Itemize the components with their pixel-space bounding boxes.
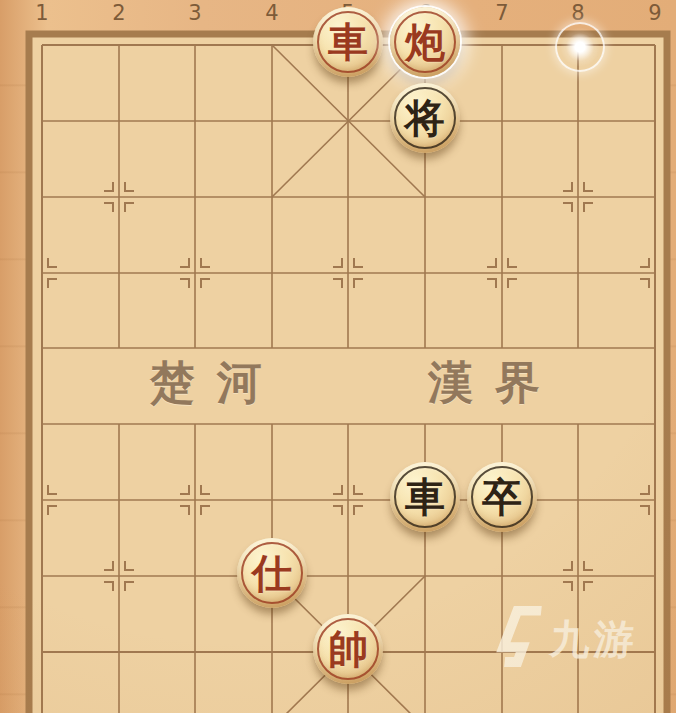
piece-black-general[interactable]: 将 xyxy=(390,83,460,153)
river-label-right: 漢界 xyxy=(428,357,562,409)
piece-black-chariot[interactable]: 車 xyxy=(390,462,460,532)
piece-red-cannon[interactable]: 炮 xyxy=(390,7,460,77)
file-label-2: 2 xyxy=(105,1,133,25)
piece-red-chariot[interactable]: 車 xyxy=(313,7,383,77)
piece-character: 車 xyxy=(405,462,445,532)
piece-character: 仕 xyxy=(252,538,292,608)
xiangqi-app-screen: 123456789 楚河 漢界 車炮将車卒仕帥 九游 xyxy=(0,0,676,713)
piece-character: 卒 xyxy=(482,462,522,532)
file-label-9: 9 xyxy=(641,1,669,25)
river-label-left: 楚河 xyxy=(150,357,284,409)
piece-black-soldier[interactable]: 卒 xyxy=(467,462,537,532)
piece-red-general[interactable]: 帥 xyxy=(313,614,383,684)
piece-character: 炮 xyxy=(405,7,445,77)
xiangqi-board[interactable] xyxy=(0,0,676,713)
file-label-3: 3 xyxy=(181,1,209,25)
file-label-4: 4 xyxy=(258,1,286,25)
last-move-origin-marker xyxy=(555,22,605,72)
piece-character: 車 xyxy=(328,7,368,77)
file-label-7: 7 xyxy=(488,1,516,25)
piece-character: 将 xyxy=(405,83,445,153)
piece-red-advisor[interactable]: 仕 xyxy=(237,538,307,608)
file-label-1: 1 xyxy=(28,1,56,25)
piece-character: 帥 xyxy=(328,614,368,684)
